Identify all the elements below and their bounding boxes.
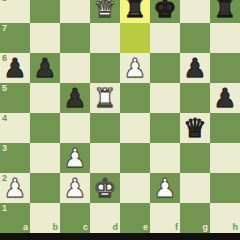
square-e3[interactable] [120,143,150,173]
piece-white-king[interactable]: ♚ [90,173,120,203]
square-d8[interactable]: ♛ [90,0,120,23]
square-e2[interactable] [120,173,150,203]
rank-label-5: 5 [2,84,7,93]
square-c8[interactable] [60,0,90,23]
square-c6[interactable] [60,53,90,83]
square-b1[interactable]: b [30,203,60,233]
square-g8[interactable] [180,0,210,23]
square-b6[interactable]: ♟ [30,53,60,83]
piece-white-pawn[interactable]: ♟ [150,173,180,203]
square-d7[interactable] [90,23,120,53]
square-b5[interactable] [30,83,60,113]
square-g6[interactable]: ♟ [180,53,210,83]
square-g7[interactable] [180,23,210,53]
square-h6[interactable] [210,53,240,83]
square-f5[interactable] [150,83,180,113]
square-h3[interactable] [210,143,240,173]
square-c5[interactable]: ♟ [60,83,90,113]
piece-black-pawn[interactable]: ♟ [180,53,210,83]
piece-black-pawn[interactable]: ♟ [60,83,90,113]
rank-label-4: 4 [2,114,7,123]
square-e8[interactable]: ♜ [120,0,150,23]
piece-black-pawn[interactable]: ♟ [210,83,240,113]
square-f4[interactable] [150,113,180,143]
square-h1[interactable]: h [210,203,240,233]
square-c1[interactable]: c [60,203,90,233]
file-label-h: h [233,223,239,232]
square-g5[interactable] [180,83,210,113]
square-d5[interactable]: ♜ [90,83,120,113]
piece-black-rook[interactable]: ♜ [210,0,240,23]
chess-board[interactable]: 8♛♜♚♜76♟♟♟♟5♟♜♟4♛3♟2♟♟♚♟1abcdefgh [0,0,240,233]
piece-black-pawn[interactable]: ♟ [0,53,30,83]
square-h2[interactable] [210,173,240,203]
square-a2[interactable]: 2♟ [0,173,30,203]
file-label-b: b [53,223,59,232]
chess-app: 8♛♜♚♜76♟♟♟♟5♟♜♟4♛3♟2♟♟♚♟1abcdefgh [0,0,240,240]
square-h8[interactable]: ♜ [210,0,240,23]
square-g4[interactable]: ♛ [180,113,210,143]
piece-white-pawn[interactable]: ♟ [0,173,30,203]
rank-label-1: 1 [2,204,7,213]
square-a4[interactable]: 4 [0,113,30,143]
file-label-d: d [113,223,119,232]
bottom-bar [0,233,240,240]
square-f6[interactable] [150,53,180,83]
piece-white-rook[interactable]: ♜ [90,83,120,113]
square-b3[interactable] [30,143,60,173]
square-b4[interactable] [30,113,60,143]
file-label-f: f [175,223,178,232]
square-c2[interactable]: ♟ [60,173,90,203]
piece-black-king[interactable]: ♚ [150,0,180,23]
square-f3[interactable] [150,143,180,173]
square-e7[interactable] [120,23,150,53]
square-a1[interactable]: 1a [0,203,30,233]
square-f2[interactable]: ♟ [150,173,180,203]
square-d3[interactable] [90,143,120,173]
square-d2[interactable]: ♚ [90,173,120,203]
square-h4[interactable] [210,113,240,143]
square-f8[interactable]: ♚ [150,0,180,23]
rank-label-8: 8 [2,0,7,3]
piece-black-queen[interactable]: ♛ [180,113,210,143]
square-b8[interactable] [30,0,60,23]
piece-black-pawn[interactable]: ♟ [30,53,60,83]
square-a7[interactable]: 7 [0,23,30,53]
square-e1[interactable]: e [120,203,150,233]
piece-white-pawn[interactable]: ♟ [60,173,90,203]
square-b7[interactable] [30,23,60,53]
file-label-c: c [83,223,88,232]
rank-label-3: 3 [2,144,7,153]
square-a6[interactable]: 6♟ [0,53,30,83]
square-c4[interactable] [60,113,90,143]
square-g2[interactable] [180,173,210,203]
square-a3[interactable]: 3 [0,143,30,173]
square-a8[interactable]: 8 [0,0,30,23]
piece-white-pawn[interactable]: ♟ [60,143,90,173]
square-e6[interactable]: ♟ [120,53,150,83]
piece-black-rook[interactable]: ♜ [120,0,150,23]
square-c3[interactable]: ♟ [60,143,90,173]
square-h5[interactable]: ♟ [210,83,240,113]
piece-white-queen[interactable]: ♛ [90,0,120,23]
square-f1[interactable]: f [150,203,180,233]
square-g1[interactable]: g [180,203,210,233]
square-f7[interactable] [150,23,180,53]
square-h7[interactable] [210,23,240,53]
piece-white-pawn[interactable]: ♟ [120,53,150,83]
file-label-e: e [143,223,148,232]
square-e4[interactable] [120,113,150,143]
square-e5[interactable] [120,83,150,113]
square-d4[interactable] [90,113,120,143]
square-c7[interactable] [60,23,90,53]
square-d1[interactable]: d [90,203,120,233]
square-b2[interactable] [30,173,60,203]
square-a5[interactable]: 5 [0,83,30,113]
file-label-a: a [23,223,28,232]
square-g3[interactable] [180,143,210,173]
rank-label-7: 7 [2,24,7,33]
file-label-g: g [203,223,209,232]
square-d6[interactable] [90,53,120,83]
